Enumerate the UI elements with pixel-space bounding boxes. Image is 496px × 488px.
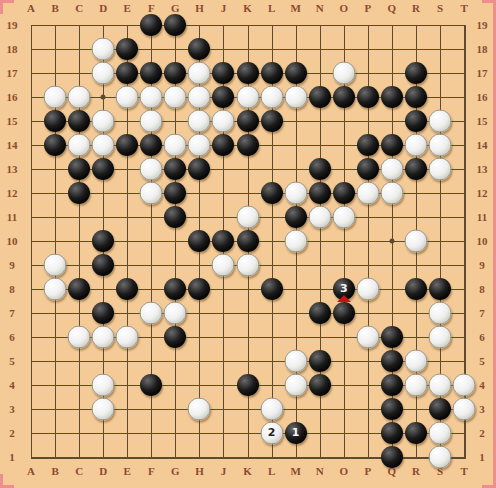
black-stone	[140, 134, 162, 156]
black-stone	[164, 326, 186, 348]
white-stone	[332, 62, 355, 85]
coord-col-top: L	[268, 2, 275, 14]
coord-row-left: 4	[9, 379, 15, 391]
black-stone	[333, 86, 355, 108]
black-stone	[381, 134, 403, 156]
black-stone: 1	[285, 422, 307, 444]
white-stone	[212, 254, 235, 277]
coord-col-bottom: K	[243, 465, 252, 477]
black-stone	[164, 14, 186, 36]
coord-row-left: 17	[7, 67, 18, 79]
coord-col-top: A	[27, 2, 35, 14]
white-stone	[68, 86, 91, 109]
coord-col-bottom: P	[364, 465, 371, 477]
white-stone	[429, 446, 452, 469]
black-stone	[357, 86, 379, 108]
white-stone	[188, 134, 211, 157]
coord-col-top: O	[339, 2, 348, 14]
coord-row-right: 10	[477, 235, 488, 247]
coord-row-left: 12	[7, 187, 18, 199]
white-stone	[188, 86, 211, 109]
black-stone	[381, 350, 403, 372]
move-number-label: 2	[268, 426, 276, 439]
black-stone	[44, 110, 66, 132]
black-stone	[116, 134, 138, 156]
coord-col-bottom: F	[148, 465, 155, 477]
coord-col-bottom: N	[316, 465, 324, 477]
black-stone	[381, 374, 403, 396]
black-stone	[309, 182, 331, 204]
black-stone	[164, 182, 186, 204]
coord-row-left: 19	[7, 19, 18, 31]
coord-row-left: 7	[9, 307, 15, 319]
coord-row-left: 5	[9, 355, 15, 367]
white-stone	[44, 254, 67, 277]
black-stone	[405, 110, 427, 132]
black-stone	[44, 134, 66, 156]
black-stone	[285, 62, 307, 84]
white-stone	[404, 350, 427, 373]
black-stone	[116, 38, 138, 60]
black-stone: 3	[333, 278, 355, 300]
white-stone	[92, 326, 115, 349]
white-stone	[68, 326, 91, 349]
coord-col-bottom: B	[51, 465, 58, 477]
white-stone	[164, 302, 187, 325]
black-stone	[92, 302, 114, 324]
coord-row-right: 9	[479, 259, 485, 271]
black-stone	[237, 134, 259, 156]
white-stone	[356, 326, 379, 349]
move-number-label: 3	[340, 282, 348, 295]
black-stone	[237, 110, 259, 132]
coord-row-right: 8	[479, 283, 485, 295]
coord-row-right: 12	[477, 187, 488, 199]
coord-row-left: 11	[7, 211, 17, 223]
coord-row-left: 18	[7, 43, 18, 55]
coord-row-right: 13	[477, 163, 488, 175]
coord-row-right: 5	[479, 355, 485, 367]
coord-col-bottom: L	[268, 465, 275, 477]
black-stone	[212, 134, 234, 156]
frame-accent	[0, 0, 3, 14]
black-stone	[333, 182, 355, 204]
white-stone	[92, 374, 115, 397]
coord-col-top: T	[460, 2, 467, 14]
coord-col-bottom: T	[460, 465, 467, 477]
black-stone	[68, 158, 90, 180]
black-stone	[212, 62, 234, 84]
black-stone	[164, 158, 186, 180]
white-stone	[236, 254, 259, 277]
coord-row-right: 18	[477, 43, 488, 55]
white-stone	[188, 62, 211, 85]
black-stone	[285, 206, 307, 228]
black-stone	[357, 134, 379, 156]
coord-row-right: 3	[479, 403, 485, 415]
coord-row-left: 10	[7, 235, 18, 247]
black-stone	[164, 206, 186, 228]
white-stone	[140, 86, 163, 109]
coord-row-right: 14	[477, 139, 488, 151]
coord-row-left: 14	[7, 139, 18, 151]
coord-row-left: 6	[9, 331, 15, 343]
black-stone	[405, 86, 427, 108]
black-stone	[116, 62, 138, 84]
coord-col-top: S	[437, 2, 443, 14]
white-stone	[429, 326, 452, 349]
coord-row-right: 16	[477, 91, 488, 103]
white-stone	[164, 134, 187, 157]
black-stone	[309, 86, 331, 108]
white-stone	[380, 182, 403, 205]
white-stone	[356, 182, 379, 205]
white-stone	[92, 110, 115, 133]
coord-row-right: 1	[479, 451, 485, 463]
coord-row-right: 2	[479, 427, 485, 439]
black-stone	[405, 278, 427, 300]
black-stone	[405, 158, 427, 180]
white-stone	[140, 110, 163, 133]
black-stone	[92, 230, 114, 252]
coord-col-top: E	[124, 2, 131, 14]
coord-col-top: C	[75, 2, 83, 14]
white-stone	[260, 398, 283, 421]
black-stone	[212, 86, 234, 108]
black-stone	[68, 278, 90, 300]
white-stone	[308, 206, 331, 229]
white-stone	[236, 86, 259, 109]
black-stone	[68, 110, 90, 132]
black-stone	[381, 326, 403, 348]
coord-col-top: R	[412, 2, 420, 14]
black-stone	[309, 158, 331, 180]
white-stone	[429, 422, 452, 445]
white-stone	[116, 86, 139, 109]
coord-col-top: N	[316, 2, 324, 14]
white-stone	[284, 374, 307, 397]
black-stone	[261, 62, 283, 84]
black-stone	[429, 278, 451, 300]
black-stone	[261, 182, 283, 204]
coord-row-right: 11	[477, 211, 487, 223]
black-stone	[309, 302, 331, 324]
black-stone	[140, 14, 162, 36]
black-stone	[429, 398, 451, 420]
black-stone	[164, 278, 186, 300]
white-stone	[116, 326, 139, 349]
white-stone	[404, 134, 427, 157]
coord-col-top: G	[171, 2, 180, 14]
coord-col-bottom: H	[195, 465, 204, 477]
black-stone	[140, 62, 162, 84]
black-stone	[405, 62, 427, 84]
white-stone	[44, 86, 67, 109]
coord-row-left: 3	[9, 403, 15, 415]
star-point	[101, 95, 106, 100]
coord-col-top: P	[364, 2, 371, 14]
white-stone	[44, 278, 67, 301]
white-stone	[188, 398, 211, 421]
black-stone	[237, 230, 259, 252]
black-stone	[164, 62, 186, 84]
black-stone	[188, 230, 210, 252]
coord-col-top: K	[243, 2, 252, 14]
coord-row-left: 13	[7, 163, 18, 175]
black-stone	[188, 38, 210, 60]
white-stone	[140, 302, 163, 325]
black-stone	[261, 278, 283, 300]
coord-col-bottom: A	[27, 465, 35, 477]
black-stone	[140, 374, 162, 396]
coord-col-bottom: D	[99, 465, 107, 477]
black-stone	[68, 182, 90, 204]
white-stone	[380, 158, 403, 181]
move-number-label: 1	[292, 426, 300, 439]
coord-col-bottom: G	[171, 465, 180, 477]
white-stone	[92, 134, 115, 157]
coord-col-top: H	[195, 2, 204, 14]
coord-row-left: 15	[7, 115, 18, 127]
star-point	[389, 239, 394, 244]
coord-row-left: 1	[9, 451, 15, 463]
black-stone	[381, 86, 403, 108]
black-stone	[309, 374, 331, 396]
white-stone	[260, 86, 283, 109]
black-stone	[333, 302, 355, 324]
coord-col-bottom: E	[124, 465, 131, 477]
coord-col-bottom: R	[412, 465, 420, 477]
coord-row-right: 4	[479, 379, 485, 391]
white-stone	[188, 110, 211, 133]
white-stone	[453, 398, 476, 421]
black-stone	[188, 278, 210, 300]
frame-accent	[482, 0, 496, 3]
white-stone	[356, 278, 379, 301]
coord-col-bottom: C	[75, 465, 83, 477]
white-stone	[68, 134, 91, 157]
black-stone	[237, 374, 259, 396]
red-triangle-marker	[337, 295, 351, 302]
white-stone	[284, 230, 307, 253]
coord-col-bottom: J	[221, 465, 227, 477]
white-stone	[92, 38, 115, 61]
white-stone	[453, 374, 476, 397]
white-stone	[284, 86, 307, 109]
black-stone	[309, 350, 331, 372]
white-stone: 2	[260, 422, 283, 445]
white-stone	[429, 302, 452, 325]
coord-col-top: Q	[388, 2, 397, 14]
frame-accent	[0, 474, 3, 488]
white-stone	[404, 230, 427, 253]
black-stone	[357, 158, 379, 180]
black-stone	[261, 110, 283, 132]
black-stone	[237, 62, 259, 84]
white-stone	[164, 86, 187, 109]
white-stone	[236, 206, 259, 229]
white-stone	[429, 374, 452, 397]
black-stone	[381, 398, 403, 420]
white-stone	[284, 350, 307, 373]
white-stone	[140, 158, 163, 181]
black-stone	[92, 158, 114, 180]
white-stone	[92, 398, 115, 421]
black-stone	[212, 230, 234, 252]
coord-col-top: D	[99, 2, 107, 14]
coord-col-bottom: M	[290, 465, 300, 477]
coord-col-top: F	[148, 2, 155, 14]
black-stone	[405, 422, 427, 444]
black-stone	[381, 422, 403, 444]
white-stone	[140, 182, 163, 205]
coord-row-left: 2	[9, 427, 15, 439]
coord-row-right: 19	[477, 19, 488, 31]
white-stone	[429, 158, 452, 181]
white-stone	[332, 206, 355, 229]
coord-row-right: 6	[479, 331, 485, 343]
coord-row-left: 8	[9, 283, 15, 295]
coord-row-right: 17	[477, 67, 488, 79]
coord-row-left: 16	[7, 91, 18, 103]
coord-row-left: 9	[9, 259, 15, 271]
black-stone	[92, 254, 114, 276]
white-stone	[429, 134, 452, 157]
white-stone	[284, 182, 307, 205]
coord-row-right: 15	[477, 115, 488, 127]
black-stone	[381, 446, 403, 468]
coord-col-bottom: O	[339, 465, 348, 477]
white-stone	[212, 110, 235, 133]
coord-col-top: J	[221, 2, 227, 14]
black-stone	[188, 158, 210, 180]
white-stone	[404, 374, 427, 397]
white-stone	[92, 62, 115, 85]
black-stone	[116, 278, 138, 300]
coord-row-right: 7	[479, 307, 485, 319]
coord-col-top: M	[290, 2, 300, 14]
white-stone	[429, 110, 452, 133]
go-board-screenshot: AABBCCDDEEFFGGHHJJKKLLMMNNOOPPQQRRSSTT19…	[0, 0, 496, 488]
coord-col-top: B	[51, 2, 58, 14]
